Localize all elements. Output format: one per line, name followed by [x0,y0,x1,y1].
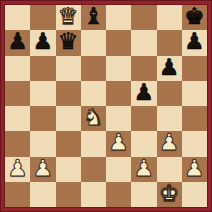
square-h1[interactable] [182,182,207,207]
white-pawn: ♟ [33,157,54,180]
square-d2[interactable] [81,157,106,182]
square-h5[interactable] [182,81,207,106]
square-g4[interactable] [157,106,182,131]
square-c4[interactable] [56,106,81,131]
square-g2[interactable] [157,157,182,182]
square-d1[interactable] [81,182,106,207]
square-f5[interactable]: ♟ [131,81,156,106]
square-b8[interactable] [30,5,55,30]
square-c2[interactable] [56,157,81,182]
black-pawn: ♟ [159,56,180,79]
square-c1[interactable] [56,182,81,207]
square-a8[interactable] [5,5,30,30]
square-e3[interactable]: ♟ [106,131,131,156]
white-pawn: ♟ [159,131,180,154]
square-a4[interactable] [5,106,30,131]
chess-board: ♛♝♚♟♟♛♟♟♟♞♟♟♟♟♟♟♚ [0,0,212,212]
square-h6[interactable] [182,56,207,81]
square-c5[interactable] [56,81,81,106]
square-e7[interactable] [106,30,131,55]
square-g8[interactable] [157,5,182,30]
square-d3[interactable] [81,131,106,156]
black-pawn: ♟ [7,30,28,53]
square-e1[interactable] [106,182,131,207]
square-e5[interactable] [106,81,131,106]
square-g5[interactable] [157,81,182,106]
white-pawn: ♟ [108,131,129,154]
square-f7[interactable] [131,30,156,55]
square-h8[interactable]: ♚ [182,5,207,30]
square-g6[interactable]: ♟ [157,56,182,81]
square-b5[interactable] [30,81,55,106]
square-c3[interactable] [56,131,81,156]
square-g1[interactable]: ♚ [157,182,182,207]
square-f1[interactable] [131,182,156,207]
square-h3[interactable] [182,131,207,156]
black-bishop: ♝ [83,5,104,28]
square-g7[interactable] [157,30,182,55]
white-king: ♚ [159,182,180,205]
square-a6[interactable] [5,56,30,81]
white-pawn: ♟ [134,157,155,180]
square-b1[interactable] [30,182,55,207]
square-f6[interactable] [131,56,156,81]
square-f2[interactable]: ♟ [131,157,156,182]
square-g3[interactable]: ♟ [157,131,182,156]
square-e8[interactable] [106,5,131,30]
square-c8[interactable]: ♛ [56,5,81,30]
black-pawn: ♟ [134,81,155,104]
white-knight: ♞ [83,106,104,129]
square-d6[interactable] [81,56,106,81]
black-pawn: ♟ [33,30,54,53]
square-e4[interactable] [106,106,131,131]
black-pawn: ♟ [184,30,205,53]
black-queen: ♛ [58,30,79,53]
square-a5[interactable] [5,81,30,106]
square-a3[interactable] [5,131,30,156]
white-pawn: ♟ [184,157,205,180]
white-queen: ♛ [58,5,79,28]
square-d8[interactable]: ♝ [81,5,106,30]
square-b4[interactable] [30,106,55,131]
square-a1[interactable] [5,182,30,207]
board-grid: ♛♝♚♟♟♛♟♟♟♞♟♟♟♟♟♟♚ [5,5,207,207]
square-a7[interactable]: ♟ [5,30,30,55]
square-f3[interactable] [131,131,156,156]
black-king: ♚ [184,5,205,28]
square-b6[interactable] [30,56,55,81]
square-b7[interactable]: ♟ [30,30,55,55]
square-b3[interactable] [30,131,55,156]
square-d7[interactable] [81,30,106,55]
square-f4[interactable] [131,106,156,131]
square-h4[interactable] [182,106,207,131]
square-h7[interactable]: ♟ [182,30,207,55]
square-b2[interactable]: ♟ [30,157,55,182]
white-pawn: ♟ [7,157,28,180]
square-c6[interactable] [56,56,81,81]
square-a2[interactable]: ♟ [5,157,30,182]
square-e2[interactable] [106,157,131,182]
square-f8[interactable] [131,5,156,30]
square-d5[interactable] [81,81,106,106]
square-d4[interactable]: ♞ [81,106,106,131]
square-h2[interactable]: ♟ [182,157,207,182]
square-e6[interactable] [106,56,131,81]
square-c7[interactable]: ♛ [56,30,81,55]
